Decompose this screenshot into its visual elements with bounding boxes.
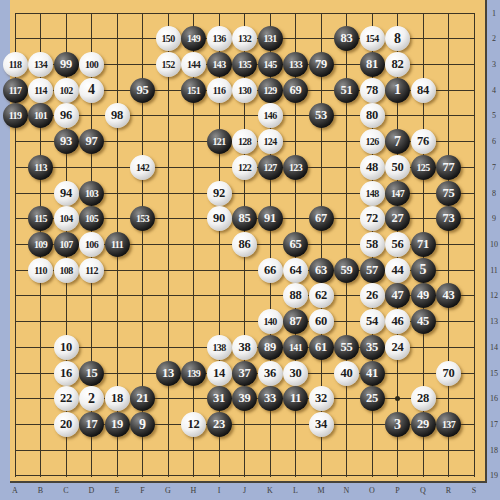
stone-white-134[interactable]: 134 — [28, 52, 53, 77]
stone-white-112[interactable]: 112 — [79, 258, 104, 283]
stone-white-64[interactable]: 64 — [283, 258, 308, 283]
stone-black-15[interactable]: 15 — [79, 361, 104, 386]
column-label-P: P — [391, 486, 405, 495]
row-label-9: 9 — [488, 214, 500, 223]
stone-white-144[interactable]: 144 — [181, 52, 206, 77]
stone-black-53[interactable]: 53 — [309, 103, 334, 128]
stone-white-76[interactable]: 76 — [411, 129, 436, 154]
row-label-12: 12 — [488, 291, 500, 300]
stone-black-71[interactable]: 71 — [411, 232, 436, 257]
grid-line — [474, 13, 475, 477]
column-label-G: G — [161, 486, 175, 495]
stone-black-57[interactable]: 57 — [360, 258, 385, 283]
stone-white-36[interactable]: 36 — [258, 361, 283, 386]
stone-white-108[interactable]: 108 — [54, 258, 79, 283]
stone-white-148[interactable]: 148 — [360, 181, 385, 206]
stone-black-13[interactable]: 13 — [156, 361, 181, 386]
stone-white-106[interactable]: 106 — [79, 232, 104, 257]
stone-black-97[interactable]: 97 — [79, 129, 104, 154]
stone-white-58[interactable]: 58 — [360, 232, 385, 257]
stone-black-91[interactable]: 91 — [258, 206, 283, 231]
stone-black-87[interactable]: 87 — [283, 309, 308, 334]
column-label-F: F — [136, 486, 150, 495]
stone-black-19[interactable]: 19 — [105, 412, 130, 437]
row-label-4: 4 — [488, 86, 500, 95]
stone-black-9[interactable]: 9 — [130, 412, 155, 437]
row-label-13: 13 — [488, 317, 500, 326]
stone-black-31[interactable]: 31 — [207, 386, 232, 411]
column-label-E: E — [110, 486, 124, 495]
stone-black-29[interactable]: 29 — [411, 412, 436, 437]
grid-line — [15, 13, 475, 14]
row-label-6: 6 — [488, 137, 500, 146]
row-label-1: 1 — [488, 9, 500, 18]
row-label-14: 14 — [488, 343, 500, 352]
stone-white-84[interactable]: 84 — [411, 78, 436, 103]
stone-white-138[interactable]: 138 — [207, 335, 232, 360]
stone-black-103[interactable]: 103 — [79, 181, 104, 206]
row-label-5: 5 — [488, 111, 500, 120]
stone-white-18[interactable]: 18 — [105, 386, 130, 411]
stone-white-72[interactable]: 72 — [360, 206, 385, 231]
column-label-K: K — [263, 486, 277, 495]
stone-white-54[interactable]: 54 — [360, 309, 385, 334]
stone-white-16[interactable]: 16 — [54, 361, 79, 386]
stone-white-118[interactable]: 118 — [3, 52, 28, 77]
column-label-A: A — [8, 486, 22, 495]
stone-black-17[interactable]: 17 — [79, 412, 104, 437]
stone-white-104[interactable]: 104 — [54, 206, 79, 231]
stone-black-151[interactable]: 151 — [181, 78, 206, 103]
stone-black-141[interactable]: 141 — [283, 335, 308, 360]
column-label-B: B — [34, 486, 48, 495]
row-label-19: 19 — [488, 471, 500, 480]
row-label-18: 18 — [488, 446, 500, 455]
row-label-17: 17 — [488, 420, 500, 429]
stone-black-95[interactable]: 95 — [130, 78, 155, 103]
stone-white-136[interactable]: 136 — [207, 26, 232, 51]
stone-black-5[interactable]: 5 — [411, 258, 436, 283]
stone-black-137[interactable]: 137 — [436, 412, 461, 437]
stone-black-45[interactable]: 45 — [411, 309, 436, 334]
stone-white-100[interactable]: 100 — [79, 52, 104, 77]
stone-white-78[interactable]: 78 — [360, 78, 385, 103]
stone-black-131[interactable]: 131 — [258, 26, 283, 51]
grid-line — [15, 115, 475, 116]
stone-white-60[interactable]: 60 — [309, 309, 334, 334]
stone-white-14[interactable]: 14 — [207, 361, 232, 386]
stone-black-99[interactable]: 99 — [54, 52, 79, 77]
stone-white-146[interactable]: 146 — [258, 103, 283, 128]
stone-white-22[interactable]: 22 — [54, 386, 79, 411]
grid-line — [168, 13, 169, 477]
stone-black-145[interactable]: 145 — [258, 52, 283, 77]
stone-black-37[interactable]: 37 — [232, 361, 257, 386]
stone-white-142[interactable]: 142 — [130, 155, 155, 180]
stone-white-70[interactable]: 70 — [436, 361, 461, 386]
stone-white-122[interactable]: 122 — [232, 155, 257, 180]
stone-white-20[interactable]: 20 — [54, 412, 79, 437]
column-label-D: D — [85, 486, 99, 495]
column-label-R: R — [442, 486, 456, 495]
stone-black-51[interactable]: 51 — [334, 78, 359, 103]
stone-black-59[interactable]: 59 — [334, 258, 359, 283]
stone-black-25[interactable]: 25 — [360, 386, 385, 411]
stone-black-7[interactable]: 7 — [385, 129, 410, 154]
stone-white-154[interactable]: 154 — [360, 26, 385, 51]
stone-white-150[interactable]: 150 — [156, 26, 181, 51]
stone-white-102[interactable]: 102 — [54, 78, 79, 103]
stone-black-127[interactable]: 127 — [258, 155, 283, 180]
row-label-2: 2 — [488, 34, 500, 43]
row-label-11: 11 — [488, 266, 500, 275]
stone-white-62[interactable]: 62 — [309, 283, 334, 308]
row-label-16: 16 — [488, 394, 500, 403]
stone-black-77[interactable]: 77 — [436, 155, 461, 180]
stone-white-46[interactable]: 46 — [385, 309, 410, 334]
column-label-C: C — [59, 486, 73, 495]
row-label-15: 15 — [488, 369, 500, 378]
column-label-Q: Q — [416, 486, 430, 495]
stone-black-129[interactable]: 129 — [258, 78, 283, 103]
stone-black-125[interactable]: 125 — [411, 155, 436, 180]
stone-black-79[interactable]: 79 — [309, 52, 334, 77]
stone-white-140[interactable]: 140 — [258, 309, 283, 334]
stone-white-130[interactable]: 130 — [232, 78, 257, 103]
stone-white-24[interactable]: 24 — [385, 335, 410, 360]
stone-black-3[interactable]: 3 — [385, 412, 410, 437]
stone-white-124[interactable]: 124 — [258, 129, 283, 154]
stone-white-40[interactable]: 40 — [334, 361, 359, 386]
go-kifu-viewer: ABCDEFGHIJKLMNOPQRS 12345678910111213141… — [0, 0, 500, 500]
stone-black-65[interactable]: 65 — [283, 232, 308, 257]
stone-black-35[interactable]: 35 — [360, 335, 385, 360]
stone-white-4[interactable]: 4 — [79, 78, 104, 103]
stone-black-23[interactable]: 23 — [207, 412, 232, 437]
stone-white-12[interactable]: 12 — [181, 412, 206, 437]
column-label-M: M — [314, 486, 328, 495]
stone-white-44[interactable]: 44 — [385, 258, 410, 283]
stone-white-92[interactable]: 92 — [207, 181, 232, 206]
grid-line — [448, 13, 449, 477]
stone-white-96[interactable]: 96 — [54, 103, 79, 128]
stone-white-98[interactable]: 98 — [105, 103, 130, 128]
stone-white-28[interactable]: 28 — [411, 386, 436, 411]
stone-black-81[interactable]: 81 — [360, 52, 385, 77]
stone-white-48[interactable]: 48 — [360, 155, 385, 180]
column-label-I: I — [212, 486, 226, 495]
column-label-O: O — [365, 486, 379, 495]
stone-black-33[interactable]: 33 — [258, 386, 283, 411]
stone-black-119[interactable]: 119 — [3, 103, 28, 128]
stone-black-107[interactable]: 107 — [54, 232, 79, 257]
stone-black-143[interactable]: 143 — [207, 52, 232, 77]
column-label-L: L — [289, 486, 303, 495]
stone-white-26[interactable]: 26 — [360, 283, 385, 308]
stone-white-38[interactable]: 38 — [232, 335, 257, 360]
stone-black-1[interactable]: 1 — [385, 78, 410, 103]
grid-line — [15, 450, 475, 451]
grid-line — [15, 475, 475, 476]
stone-white-80[interactable]: 80 — [360, 103, 385, 128]
stone-white-126[interactable]: 126 — [360, 129, 385, 154]
stone-black-49[interactable]: 49 — [411, 283, 436, 308]
stone-black-117[interactable]: 117 — [3, 78, 28, 103]
stone-white-56[interactable]: 56 — [385, 232, 410, 257]
stone-white-66[interactable]: 66 — [258, 258, 283, 283]
stone-black-93[interactable]: 93 — [54, 129, 79, 154]
stone-white-152[interactable]: 152 — [156, 52, 181, 77]
row-label-10: 10 — [488, 240, 500, 249]
column-label-N: N — [340, 486, 354, 495]
stone-black-111[interactable]: 111 — [105, 232, 130, 257]
stone-black-63[interactable]: 63 — [309, 258, 334, 283]
stone-white-90[interactable]: 90 — [207, 206, 232, 231]
stone-black-113[interactable]: 113 — [28, 155, 53, 180]
stone-white-50[interactable]: 50 — [385, 155, 410, 180]
stone-white-10[interactable]: 10 — [54, 335, 79, 360]
stone-black-109[interactable]: 109 — [28, 232, 53, 257]
stone-black-89[interactable]: 89 — [258, 335, 283, 360]
row-label-8: 8 — [488, 189, 500, 198]
stone-black-147[interactable]: 147 — [385, 181, 410, 206]
stone-black-135[interactable]: 135 — [232, 52, 257, 77]
row-label-3: 3 — [488, 60, 500, 69]
stone-black-121[interactable]: 121 — [207, 129, 232, 154]
stone-white-32[interactable]: 32 — [309, 386, 334, 411]
column-label-J: J — [238, 486, 252, 495]
stone-black-139[interactable]: 139 — [181, 361, 206, 386]
stone-white-82[interactable]: 82 — [385, 52, 410, 77]
stone-black-55[interactable]: 55 — [334, 335, 359, 360]
stone-black-61[interactable]: 61 — [309, 335, 334, 360]
row-label-7: 7 — [488, 163, 500, 172]
stone-black-69[interactable]: 69 — [283, 78, 308, 103]
column-label-S: S — [467, 486, 481, 495]
stone-white-30[interactable]: 30 — [283, 361, 308, 386]
stone-white-94[interactable]: 94 — [54, 181, 79, 206]
stone-white-128[interactable]: 128 — [232, 129, 257, 154]
stone-black-75[interactable]: 75 — [436, 181, 461, 206]
stone-white-114[interactable]: 114 — [28, 78, 53, 103]
stone-white-34[interactable]: 34 — [309, 412, 334, 437]
stone-black-41[interactable]: 41 — [360, 361, 385, 386]
stone-black-123[interactable]: 123 — [283, 155, 308, 180]
stone-white-86[interactable]: 86 — [232, 232, 257, 257]
stone-black-67[interactable]: 67 — [309, 206, 334, 231]
column-label-H: H — [187, 486, 201, 495]
stone-white-110[interactable]: 110 — [28, 258, 53, 283]
stone-white-116[interactable]: 116 — [207, 78, 232, 103]
stone-black-133[interactable]: 133 — [283, 52, 308, 77]
